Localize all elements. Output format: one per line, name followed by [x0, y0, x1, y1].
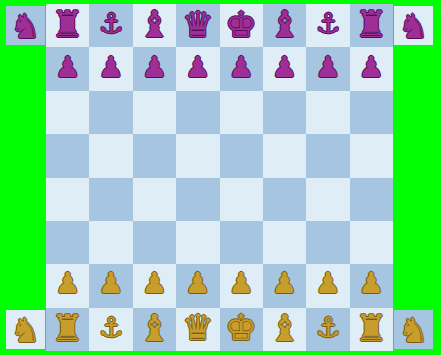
game-window-background: ♜⚓♝♛♚♝⚓♜♟♟♟♟♟♟♟♟♟♟♟♟♟♟♟♟♜⚓♝♛♚♝⚓♜ ♞♞♞♞ — [0, 0, 441, 355]
piece-black-pawn[interactable]: ♟ — [306, 47, 349, 90]
square-d1[interactable]: ♛ — [176, 308, 219, 351]
piece-black-anchor[interactable]: ⚓ — [306, 4, 349, 47]
square-e6[interactable] — [220, 91, 263, 134]
square-h8[interactable]: ♜ — [350, 4, 393, 47]
square-f3[interactable] — [263, 221, 306, 264]
square-a8[interactable]: ♜ — [46, 4, 89, 47]
square-h7[interactable]: ♟ — [350, 47, 393, 90]
square-a3[interactable] — [46, 221, 89, 264]
piece-white-pawn[interactable]: ♟ — [89, 264, 132, 307]
square-e4[interactable] — [220, 178, 263, 221]
square-g7[interactable]: ♟ — [306, 47, 349, 90]
piece-black-rook[interactable]: ♜ — [46, 4, 89, 47]
square-b2[interactable]: ♟ — [89, 264, 132, 307]
square-e1[interactable]: ♚ — [220, 308, 263, 351]
piece-black-bishop[interactable]: ♝ — [133, 4, 176, 47]
piece-black-anchor[interactable]: ⚓ — [89, 4, 132, 47]
corner-square-bottom-left[interactable]: ♞ — [6, 310, 45, 349]
piece-white-pawn[interactable]: ♟ — [350, 264, 393, 307]
square-c5[interactable] — [133, 134, 176, 177]
square-e3[interactable] — [220, 221, 263, 264]
square-d7[interactable]: ♟ — [176, 47, 219, 90]
square-d4[interactable] — [176, 178, 219, 221]
corner-square-top-right[interactable]: ♞ — [394, 6, 433, 45]
square-b7[interactable]: ♟ — [89, 47, 132, 90]
square-a7[interactable]: ♟ — [46, 47, 89, 90]
square-f5[interactable] — [263, 134, 306, 177]
square-h4[interactable] — [350, 178, 393, 221]
square-d8[interactable]: ♛ — [176, 4, 219, 47]
square-a5[interactable] — [46, 134, 89, 177]
square-g4[interactable] — [306, 178, 349, 221]
piece-black-knight[interactable]: ♞ — [6, 6, 45, 45]
square-f2[interactable]: ♟ — [263, 264, 306, 307]
chess-board: ♜⚓♝♛♚♝⚓♜♟♟♟♟♟♟♟♟♟♟♟♟♟♟♟♟♜⚓♝♛♚♝⚓♜ — [46, 4, 393, 351]
piece-white-anchor[interactable]: ⚓ — [89, 308, 132, 351]
piece-white-bishop[interactable]: ♝ — [263, 308, 306, 351]
square-b1[interactable]: ⚓ — [89, 308, 132, 351]
piece-black-knight[interactable]: ♞ — [394, 6, 433, 45]
square-g2[interactable]: ♟ — [306, 264, 349, 307]
corner-square-top-left[interactable]: ♞ — [6, 6, 45, 45]
square-c7[interactable]: ♟ — [133, 47, 176, 90]
square-b4[interactable] — [89, 178, 132, 221]
square-d2[interactable]: ♟ — [176, 264, 219, 307]
piece-black-pawn[interactable]: ♟ — [46, 47, 89, 90]
piece-black-pawn[interactable]: ♟ — [176, 47, 219, 90]
corner-square-bottom-right[interactable]: ♞ — [394, 310, 433, 349]
square-e7[interactable]: ♟ — [220, 47, 263, 90]
square-c4[interactable] — [133, 178, 176, 221]
piece-white-pawn[interactable]: ♟ — [263, 264, 306, 307]
square-a4[interactable] — [46, 178, 89, 221]
piece-black-pawn[interactable]: ♟ — [133, 47, 176, 90]
square-c6[interactable] — [133, 91, 176, 134]
square-g5[interactable] — [306, 134, 349, 177]
piece-white-king[interactable]: ♚ — [220, 308, 263, 351]
square-h5[interactable] — [350, 134, 393, 177]
square-f7[interactable]: ♟ — [263, 47, 306, 90]
square-c2[interactable]: ♟ — [133, 264, 176, 307]
piece-white-knight[interactable]: ♞ — [394, 310, 433, 349]
square-h2[interactable]: ♟ — [350, 264, 393, 307]
square-e8[interactable]: ♚ — [220, 4, 263, 47]
piece-white-pawn[interactable]: ♟ — [133, 264, 176, 307]
piece-white-pawn[interactable]: ♟ — [306, 264, 349, 307]
piece-black-pawn[interactable]: ♟ — [89, 47, 132, 90]
square-a6[interactable] — [46, 91, 89, 134]
piece-black-pawn[interactable]: ♟ — [263, 47, 306, 90]
square-h6[interactable] — [350, 91, 393, 134]
square-f4[interactable] — [263, 178, 306, 221]
piece-black-bishop[interactable]: ♝ — [263, 4, 306, 47]
square-a1[interactable]: ♜ — [46, 308, 89, 351]
square-g8[interactable]: ⚓ — [306, 4, 349, 47]
piece-white-anchor[interactable]: ⚓ — [306, 308, 349, 351]
square-d3[interactable] — [176, 221, 219, 264]
square-b8[interactable]: ⚓ — [89, 4, 132, 47]
square-f8[interactable]: ♝ — [263, 4, 306, 47]
piece-black-king[interactable]: ♚ — [220, 4, 263, 47]
piece-black-rook[interactable]: ♜ — [350, 4, 393, 47]
square-c1[interactable]: ♝ — [133, 308, 176, 351]
piece-black-queen[interactable]: ♛ — [176, 4, 219, 47]
square-g6[interactable] — [306, 91, 349, 134]
square-h1[interactable]: ♜ — [350, 308, 393, 351]
piece-black-pawn[interactable]: ♟ — [220, 47, 263, 90]
piece-white-knight[interactable]: ♞ — [6, 310, 45, 349]
square-b5[interactable] — [89, 134, 132, 177]
square-c3[interactable] — [133, 221, 176, 264]
piece-white-pawn[interactable]: ♟ — [220, 264, 263, 307]
square-h3[interactable] — [350, 221, 393, 264]
square-b6[interactable] — [89, 91, 132, 134]
piece-white-pawn[interactable]: ♟ — [176, 264, 219, 307]
square-c8[interactable]: ♝ — [133, 4, 176, 47]
square-b3[interactable] — [89, 221, 132, 264]
piece-white-pawn[interactable]: ♟ — [46, 264, 89, 307]
piece-white-bishop[interactable]: ♝ — [133, 308, 176, 351]
square-e2[interactable]: ♟ — [220, 264, 263, 307]
square-g3[interactable] — [306, 221, 349, 264]
square-e5[interactable] — [220, 134, 263, 177]
piece-white-rook[interactable]: ♜ — [46, 308, 89, 351]
square-d6[interactable] — [176, 91, 219, 134]
piece-white-rook[interactable]: ♜ — [350, 308, 393, 351]
square-d5[interactable] — [176, 134, 219, 177]
square-f1[interactable]: ♝ — [263, 308, 306, 351]
square-a2[interactable]: ♟ — [46, 264, 89, 307]
piece-white-queen[interactable]: ♛ — [176, 308, 219, 351]
piece-black-pawn[interactable]: ♟ — [350, 47, 393, 90]
square-g1[interactable]: ⚓ — [306, 308, 349, 351]
square-f6[interactable] — [263, 91, 306, 134]
